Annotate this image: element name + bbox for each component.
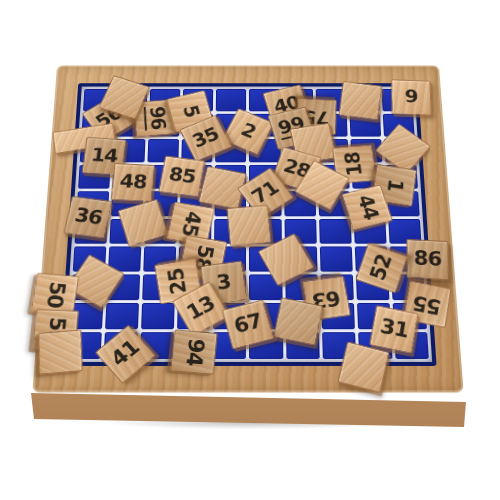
- tile-number: 18: [342, 152, 365, 177]
- number-tile[interactable]: 94: [170, 329, 218, 374]
- number-tile[interactable]: 48: [111, 163, 156, 202]
- blank-tile[interactable]: [118, 199, 169, 247]
- number-tile[interactable]: 36: [64, 196, 113, 239]
- tile-number: 52: [367, 252, 395, 283]
- tile-number: 50: [43, 281, 68, 309]
- tile-number: 48: [119, 172, 147, 192]
- blank-tile[interactable]: [339, 81, 383, 120]
- tile-number: 71: [248, 178, 282, 207]
- tile-number: 3: [215, 271, 231, 293]
- tile-number: 86: [414, 248, 442, 269]
- tile-number: 36: [73, 205, 103, 227]
- blank-tile[interactable]: [337, 341, 389, 393]
- tile-number: 5: [180, 103, 202, 119]
- tile-pile: 5696540759299351418288548171443645588652…: [32, 65, 463, 392]
- tile-number: 94: [183, 338, 208, 367]
- tile-number: 9: [405, 88, 418, 106]
- tile-number: 1: [384, 178, 406, 193]
- number-tile[interactable]: 86: [406, 239, 449, 280]
- tile-number: 85: [167, 165, 196, 187]
- tile-number: 14: [90, 146, 119, 166]
- tile-number: 96: [144, 106, 168, 130]
- tile-number: 35: [189, 125, 221, 151]
- tile-number: 31: [379, 315, 410, 341]
- number-tile[interactable]: 41: [95, 325, 156, 384]
- tile-number: 2: [238, 120, 258, 141]
- tile-number: 67: [231, 310, 264, 337]
- blank-tile[interactable]: [273, 297, 324, 346]
- hundred-board: 5696540759299351418288548171443645588652…: [32, 65, 463, 392]
- number-tile[interactable]: 9: [391, 79, 431, 115]
- tile-number: 45: [179, 210, 205, 238]
- number-tile[interactable]: 67: [222, 299, 275, 349]
- tile-number: 44: [354, 193, 382, 221]
- tile-number: 41: [107, 336, 143, 370]
- number-tile[interactable]: 31: [369, 305, 419, 354]
- tile-number: 13: [183, 293, 218, 324]
- blank-tile[interactable]: [227, 205, 272, 246]
- number-tile[interactable]: 52: [355, 243, 408, 293]
- blank-tile[interactable]: [38, 329, 83, 374]
- number-tile[interactable]: 85: [158, 156, 205, 198]
- tile-number: 25: [165, 267, 190, 296]
